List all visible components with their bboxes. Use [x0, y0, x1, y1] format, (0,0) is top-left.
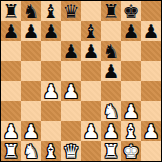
- square-a3[interactable]: [1, 101, 21, 121]
- square-h4[interactable]: [141, 81, 161, 101]
- square-d6[interactable]: ♟: [61, 41, 81, 61]
- square-e7[interactable]: ♝: [81, 21, 101, 41]
- square-g5[interactable]: [121, 61, 141, 81]
- piece-black-pawn[interactable]: ♟: [22, 21, 39, 41]
- piece-black-rook[interactable]: ♜: [102, 1, 119, 21]
- square-h8[interactable]: [141, 1, 161, 21]
- square-f2[interactable]: ♟: [101, 121, 121, 141]
- square-f1[interactable]: ♜: [101, 141, 121, 161]
- square-a4[interactable]: [1, 81, 21, 101]
- piece-white-king[interactable]: ♚: [122, 141, 139, 161]
- square-d8[interactable]: ♛: [61, 1, 81, 21]
- square-e8[interactable]: [81, 1, 101, 21]
- square-c1[interactable]: ♝: [41, 141, 61, 161]
- piece-white-pawn[interactable]: ♟: [142, 121, 159, 141]
- piece-black-pawn[interactable]: ♟: [2, 21, 19, 41]
- piece-white-knight[interactable]: ♞: [102, 101, 119, 121]
- piece-black-rook[interactable]: ♜: [2, 1, 19, 21]
- piece-white-rook[interactable]: ♜: [2, 141, 19, 161]
- square-g3[interactable]: ♟: [121, 101, 141, 121]
- piece-white-queen[interactable]: ♛: [62, 141, 79, 161]
- square-f3[interactable]: ♞: [101, 101, 121, 121]
- piece-black-bishop[interactable]: ♝: [82, 21, 99, 41]
- square-b6[interactable]: [21, 41, 41, 61]
- piece-black-pawn[interactable]: ♟: [62, 41, 79, 61]
- piece-black-pawn[interactable]: ♟: [102, 61, 119, 81]
- square-h7[interactable]: ♟: [141, 21, 161, 41]
- square-f4[interactable]: [101, 81, 121, 101]
- square-d1[interactable]: ♛: [61, 141, 81, 161]
- square-g6[interactable]: [121, 41, 141, 61]
- square-d4[interactable]: ♟: [61, 81, 81, 101]
- square-f8[interactable]: ♜: [101, 1, 121, 21]
- square-d7[interactable]: [61, 21, 81, 41]
- piece-white-pawn[interactable]: ♟: [2, 121, 19, 141]
- square-h6[interactable]: [141, 41, 161, 61]
- piece-white-pawn[interactable]: ♟: [102, 121, 119, 141]
- square-d3[interactable]: [61, 101, 81, 121]
- square-a8[interactable]: ♜: [1, 1, 21, 21]
- square-b5[interactable]: [21, 61, 41, 81]
- piece-black-knight[interactable]: ♞: [102, 41, 119, 61]
- square-c3[interactable]: [41, 101, 61, 121]
- square-e2[interactable]: ♟: [81, 121, 101, 141]
- chess-board: ♜♞♝♛♜♚♟♟♟♝♟♟♟♟♞♟♟♟♞♟♟♟♟♟♝♟♜♞♝♛♜♚: [0, 0, 162, 162]
- piece-white-bishop[interactable]: ♝: [122, 121, 139, 141]
- square-e6[interactable]: ♟: [81, 41, 101, 61]
- piece-black-pawn[interactable]: ♟: [82, 41, 99, 61]
- piece-white-pawn[interactable]: ♟: [62, 81, 79, 101]
- square-f7[interactable]: [101, 21, 121, 41]
- square-g4[interactable]: [121, 81, 141, 101]
- piece-black-pawn[interactable]: ♟: [122, 21, 139, 41]
- piece-white-pawn[interactable]: ♟: [22, 121, 39, 141]
- square-b2[interactable]: ♟: [21, 121, 41, 141]
- square-a2[interactable]: ♟: [1, 121, 21, 141]
- square-g8[interactable]: ♚: [121, 1, 141, 21]
- square-h3[interactable]: [141, 101, 161, 121]
- piece-black-bishop[interactable]: ♝: [42, 1, 59, 21]
- square-c5[interactable]: [41, 61, 61, 81]
- square-c6[interactable]: [41, 41, 61, 61]
- square-a1[interactable]: ♜: [1, 141, 21, 161]
- square-g1[interactable]: ♚: [121, 141, 141, 161]
- square-c4[interactable]: ♟: [41, 81, 61, 101]
- piece-white-knight[interactable]: ♞: [22, 141, 39, 161]
- square-g2[interactable]: ♝: [121, 121, 141, 141]
- square-b4[interactable]: [21, 81, 41, 101]
- square-c7[interactable]: ♟: [41, 21, 61, 41]
- piece-black-king[interactable]: ♚: [122, 1, 139, 21]
- square-h2[interactable]: ♟: [141, 121, 161, 141]
- square-e3[interactable]: [81, 101, 101, 121]
- square-e4[interactable]: [81, 81, 101, 101]
- square-d2[interactable]: [61, 121, 81, 141]
- piece-black-queen[interactable]: ♛: [62, 1, 79, 21]
- square-h1[interactable]: [141, 141, 161, 161]
- square-f6[interactable]: ♞: [101, 41, 121, 61]
- square-b3[interactable]: [21, 101, 41, 121]
- piece-white-bishop[interactable]: ♝: [42, 141, 59, 161]
- square-g7[interactable]: ♟: [121, 21, 141, 41]
- piece-white-rook[interactable]: ♜: [102, 141, 119, 161]
- square-b1[interactable]: ♞: [21, 141, 41, 161]
- square-a5[interactable]: [1, 61, 21, 81]
- piece-black-pawn[interactable]: ♟: [142, 21, 159, 41]
- piece-white-pawn[interactable]: ♟: [82, 121, 99, 141]
- square-c2[interactable]: [41, 121, 61, 141]
- piece-white-pawn[interactable]: ♟: [122, 101, 139, 121]
- square-d5[interactable]: [61, 61, 81, 81]
- square-c8[interactable]: ♝: [41, 1, 61, 21]
- square-a6[interactable]: [1, 41, 21, 61]
- square-a7[interactable]: ♟: [1, 21, 21, 41]
- square-b7[interactable]: ♟: [21, 21, 41, 41]
- square-f5[interactable]: ♟: [101, 61, 121, 81]
- piece-black-pawn[interactable]: ♟: [42, 21, 59, 41]
- square-e1[interactable]: [81, 141, 101, 161]
- square-h5[interactable]: [141, 61, 161, 81]
- square-e5[interactable]: [81, 61, 101, 81]
- piece-white-pawn[interactable]: ♟: [42, 81, 59, 101]
- piece-black-knight[interactable]: ♞: [22, 1, 39, 21]
- square-b8[interactable]: ♞: [21, 1, 41, 21]
